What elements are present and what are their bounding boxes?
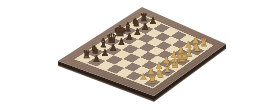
chess-board xyxy=(58,7,226,96)
chess-set-photo: ♜♟♞♟♝♟♚♟♛♟♟♜♝♟♟♞♞♟♟♝♟♜♚♟♟♛♟♝♟♞♟♜ xyxy=(0,0,260,110)
